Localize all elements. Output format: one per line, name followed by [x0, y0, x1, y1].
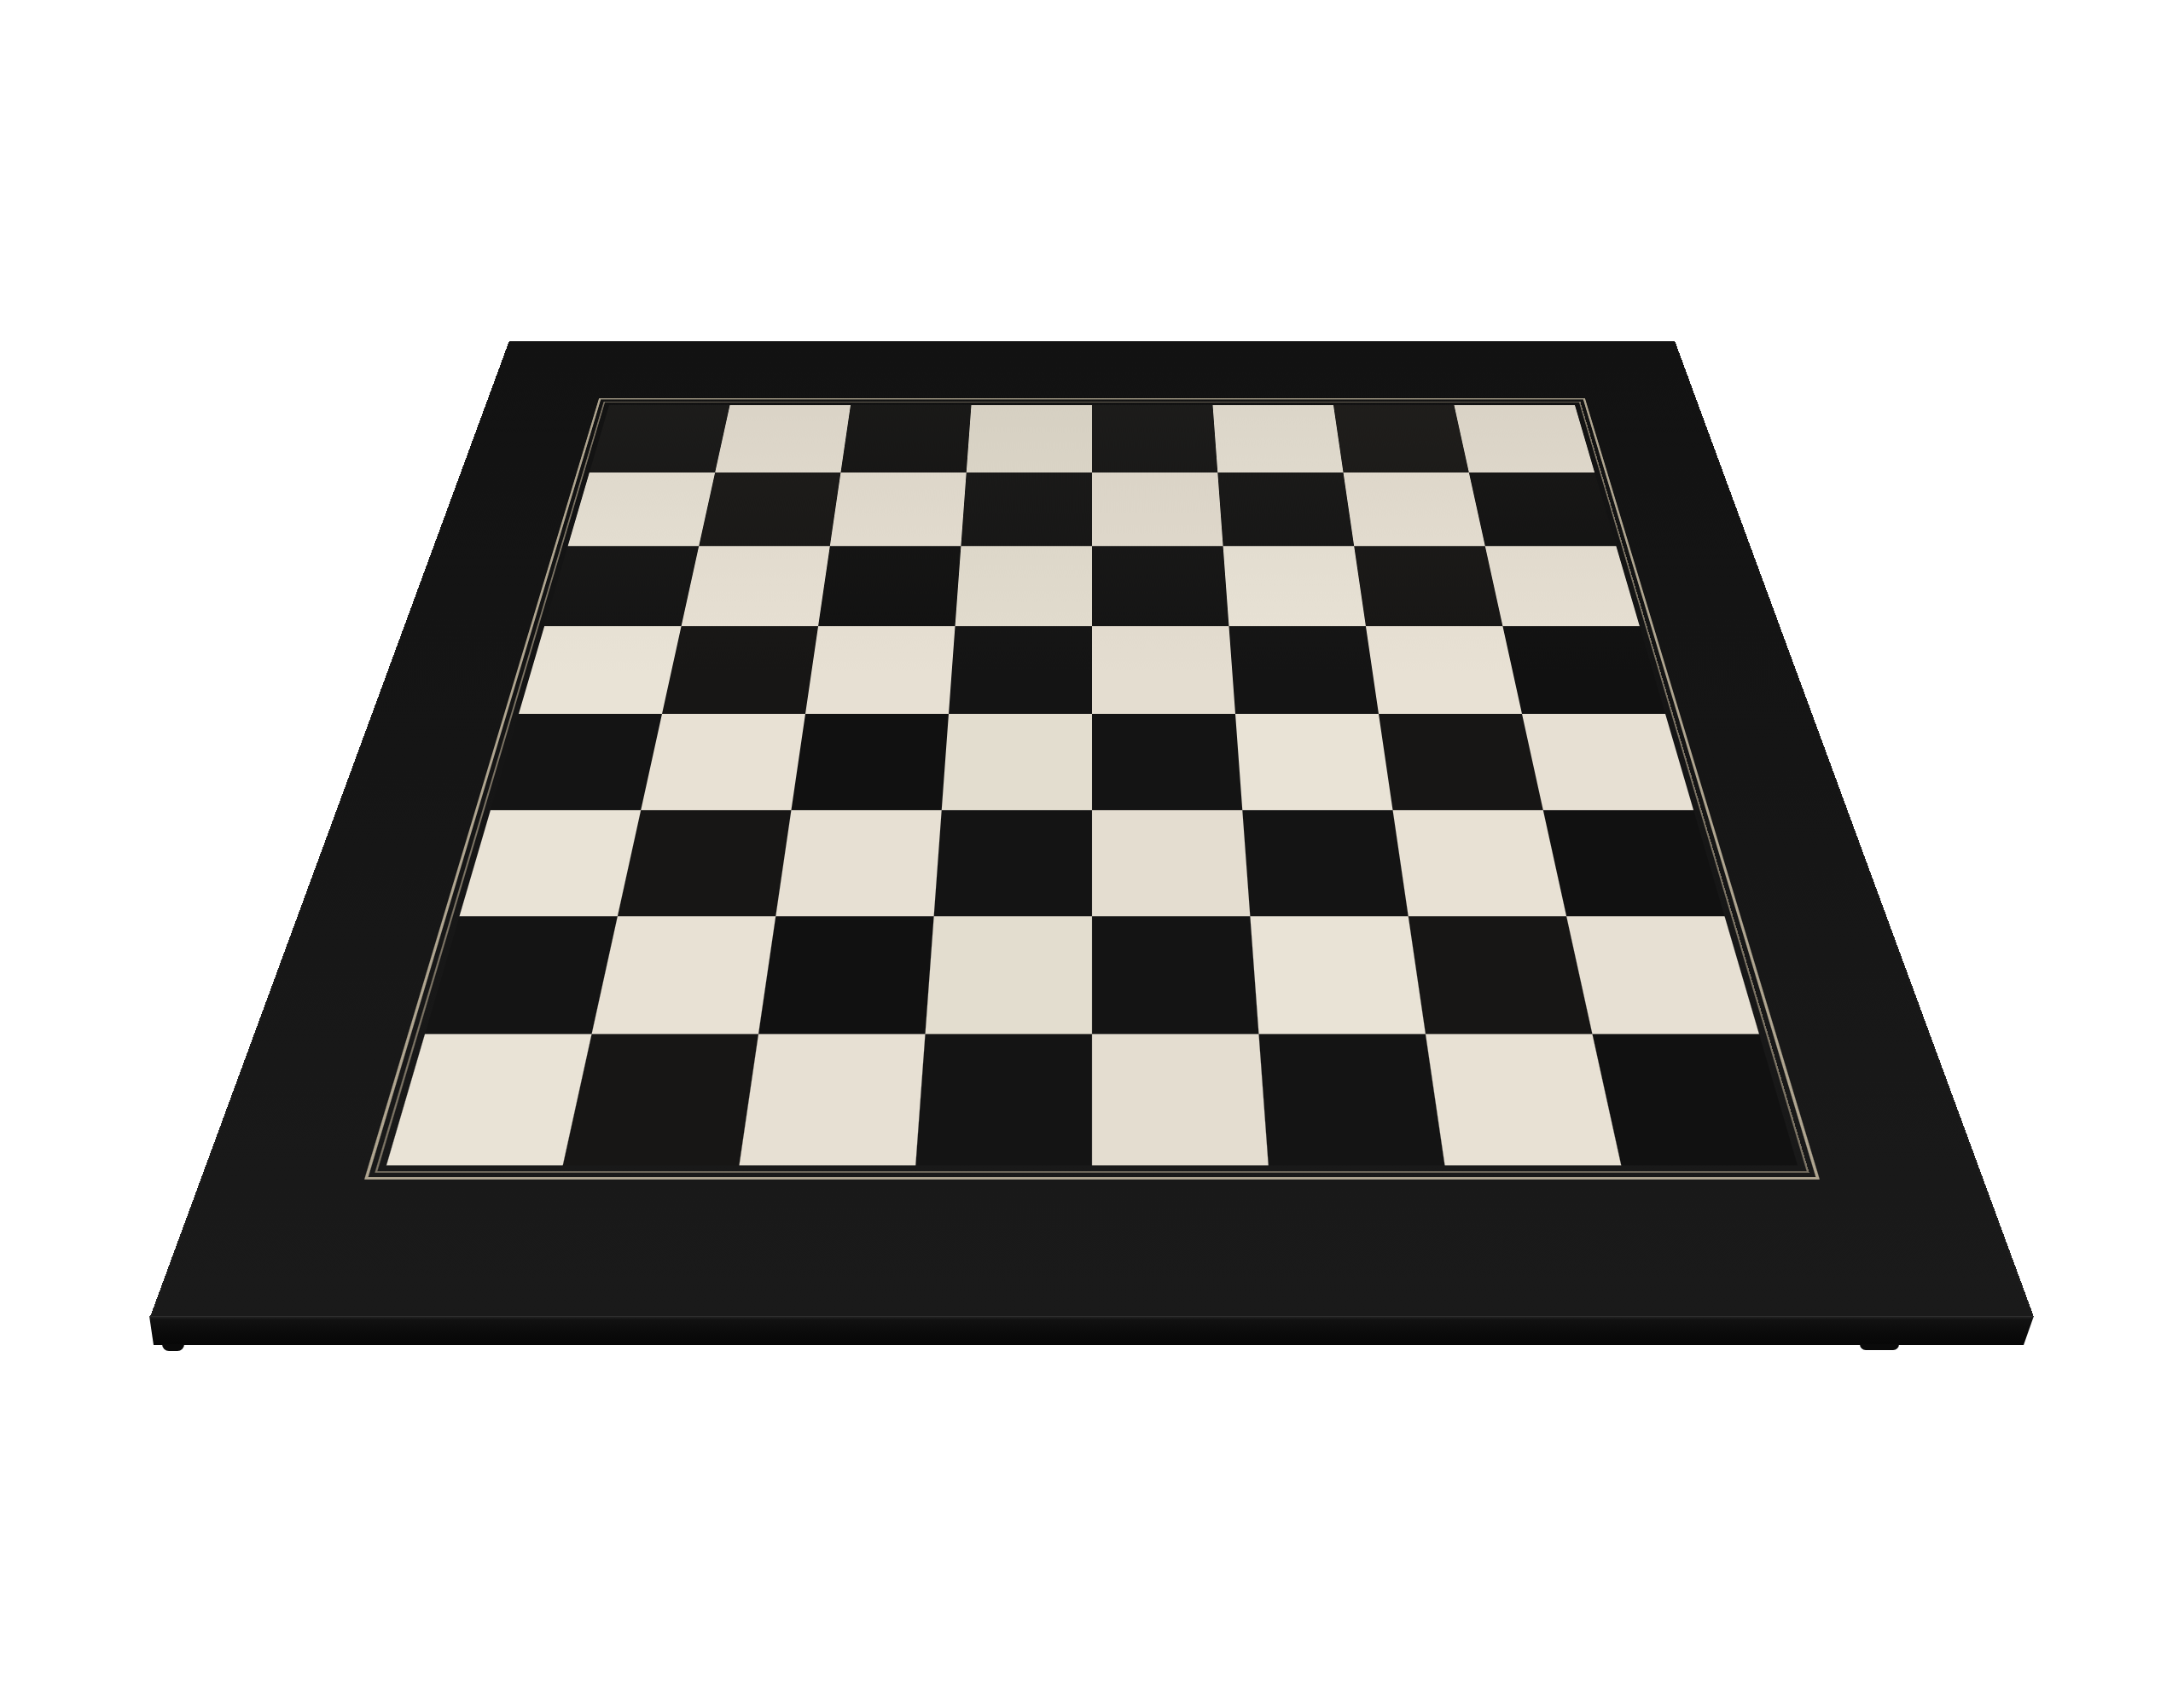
square-b8: [715, 405, 851, 472]
square-h2: [1566, 916, 1759, 1034]
square-g8: [1333, 405, 1469, 472]
board-foot-left: [162, 1344, 184, 1351]
square-g2: [1409, 916, 1593, 1034]
square-h4: [1522, 714, 1693, 810]
square-b2: [592, 916, 776, 1034]
square-b7: [699, 472, 840, 546]
board-side-edge-face: [149, 1316, 2034, 1345]
square-c3: [775, 810, 941, 916]
square-c1: [739, 1034, 925, 1165]
square-d1: [915, 1034, 1092, 1165]
square-f3: [1242, 810, 1408, 916]
square-a6: [544, 546, 699, 626]
square-e1: [1092, 1034, 1269, 1165]
square-f2: [1250, 916, 1426, 1034]
square-e7: [1092, 472, 1223, 546]
square-g4: [1379, 714, 1543, 810]
square-h8: [1454, 405, 1594, 472]
square-c6: [818, 546, 961, 626]
square-h6: [1485, 546, 1640, 626]
square-f1: [1258, 1034, 1444, 1165]
square-e6: [1092, 546, 1228, 626]
square-c5: [805, 626, 955, 714]
square-e5: [1092, 626, 1235, 714]
square-b6: [682, 546, 830, 626]
board-side-edge: [149, 1316, 2034, 1345]
square-e3: [1092, 810, 1250, 916]
chessboard-top-surface: [150, 341, 2034, 1317]
square-c7: [830, 472, 967, 546]
square-a2: [425, 916, 618, 1034]
square-f6: [1223, 546, 1366, 626]
square-d7: [961, 472, 1092, 546]
square-b4: [641, 714, 805, 810]
square-a3: [459, 810, 641, 916]
square-h3: [1543, 810, 1725, 916]
square-g1: [1426, 1034, 1621, 1165]
square-f4: [1235, 714, 1393, 810]
square-c8: [840, 405, 971, 472]
square-e4: [1092, 714, 1242, 810]
square-c4: [791, 714, 949, 810]
square-b5: [662, 626, 818, 714]
square-f7: [1217, 472, 1354, 546]
square-c2: [758, 916, 934, 1034]
board-foot-right: [1860, 1344, 1899, 1350]
square-a1: [386, 1034, 592, 1165]
white-backdrop-stage: [0, 0, 2184, 1687]
square-g7: [1344, 472, 1485, 546]
square-g6: [1354, 546, 1502, 626]
square-a4: [491, 714, 662, 810]
square-b3: [618, 810, 792, 916]
square-a7: [568, 472, 716, 546]
playing-field: [386, 405, 1798, 1166]
square-g3: [1393, 810, 1567, 916]
square-h5: [1502, 626, 1665, 714]
square-d6: [955, 546, 1092, 626]
square-f5: [1228, 626, 1379, 714]
square-d4: [942, 714, 1092, 810]
square-h7: [1469, 472, 1617, 546]
square-d8: [967, 405, 1092, 472]
square-e8: [1092, 405, 1217, 472]
square-d5: [949, 626, 1092, 714]
square-b1: [563, 1034, 758, 1165]
square-a5: [519, 626, 682, 714]
square-d3: [934, 810, 1092, 916]
square-a8: [590, 405, 730, 472]
square-f8: [1212, 405, 1343, 472]
square-e2: [1092, 916, 1258, 1034]
square-h1: [1592, 1034, 1798, 1165]
square-g5: [1366, 626, 1522, 714]
square-d2: [926, 916, 1092, 1034]
